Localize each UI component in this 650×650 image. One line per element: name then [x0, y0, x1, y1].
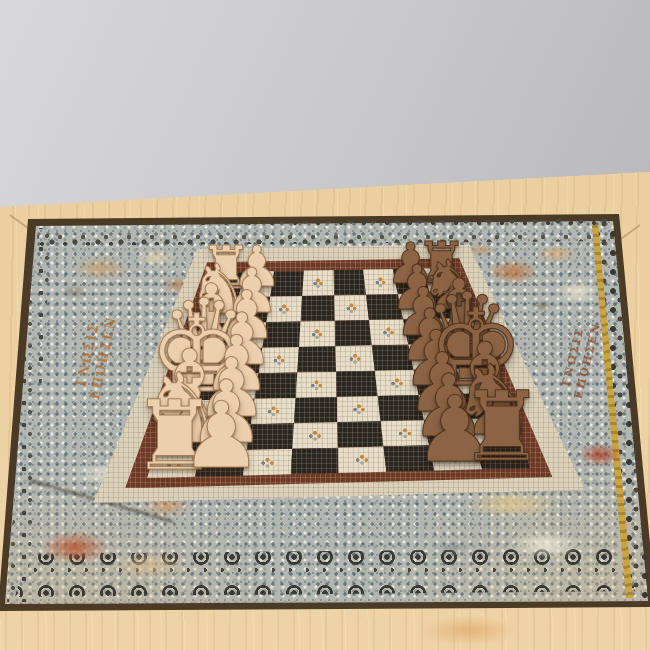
square-c5[interactable] — [335, 320, 372, 346]
square-g5[interactable] — [337, 421, 383, 447]
square-c4[interactable] — [299, 321, 335, 347]
square-e5[interactable] — [336, 371, 378, 397]
black-rook[interactable]: ♜ — [459, 379, 545, 475]
square-a4[interactable] — [302, 270, 334, 296]
square-e4[interactable] — [296, 372, 337, 398]
square-d5[interactable] — [335, 345, 374, 371]
square-b4[interactable] — [301, 295, 335, 321]
square-f5[interactable] — [337, 396, 381, 422]
square-d4[interactable] — [297, 346, 336, 372]
square-h4[interactable] — [291, 448, 339, 475]
square-a5[interactable] — [334, 270, 367, 296]
white-pawn[interactable]: ♟ — [180, 390, 262, 482]
square-h5[interactable] — [338, 446, 387, 473]
square-f4[interactable] — [294, 397, 337, 423]
photo-of-mosaic-chess-table: ΓΝΩΣΙΣ ΕΠΟΗΣΕΝ ΓΝΩΣΙΣ ΕΠΟΗΣΕΝ ♜♞♝♛♚♝♞♜♟♟… — [0, 0, 650, 650]
square-g4[interactable] — [292, 422, 338, 449]
square-b5[interactable] — [334, 295, 369, 321]
